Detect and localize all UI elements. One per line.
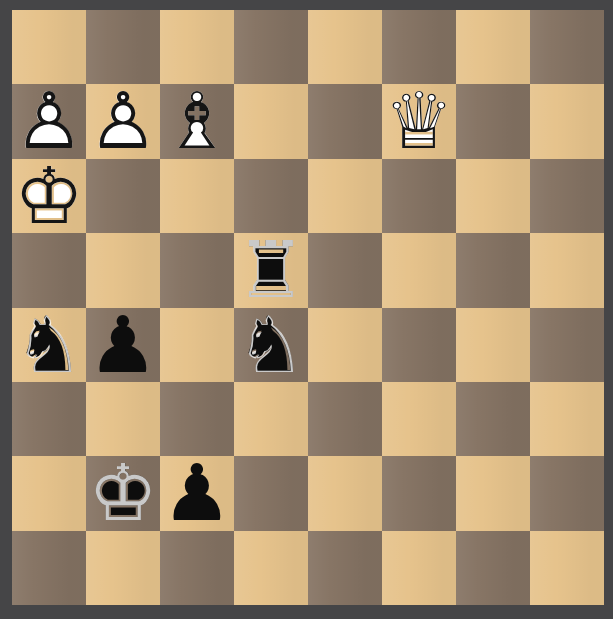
black-king-glyph: ♚ [86,456,160,530]
black-rook-glyph: ♜ [234,233,308,307]
black-rook[interactable]: ♜♖ [234,233,308,307]
square-d8[interactable] [234,10,308,84]
square-h8[interactable] [530,10,604,84]
chess-board: ♟♙♟♙♝♗♛♕♚♔♜♖♞♘♟♞♘♚♔♟ [12,10,604,605]
square-e5[interactable] [308,233,382,307]
white-pawn-glyph: ♟ [86,84,160,158]
square-h5[interactable] [530,233,604,307]
square-g7[interactable] [456,84,530,158]
square-e6[interactable] [308,159,382,233]
square-d6[interactable] [234,159,308,233]
white-king-glyph: ♚ [12,159,86,233]
square-e1[interactable] [308,531,382,605]
white-queen-outline: ♕ [382,84,456,158]
white-queen-glyph: ♛ [382,84,456,158]
black-pawn[interactable]: ♟ [86,308,160,382]
square-c1[interactable] [160,531,234,605]
black-rook-outline: ♖ [234,233,308,307]
square-d2[interactable] [234,456,308,530]
square-c5[interactable] [160,233,234,307]
black-knight-outline: ♘ [12,308,86,382]
square-b5[interactable] [86,233,160,307]
white-king-outline: ♔ [12,159,86,233]
white-bishop-glyph: ♝ [160,84,234,158]
square-a4[interactable]: ♞♘ [12,308,86,382]
square-g4[interactable] [456,308,530,382]
white-pawn[interactable]: ♟♙ [12,84,86,158]
white-pawn-outline: ♙ [12,84,86,158]
square-f1[interactable] [382,531,456,605]
square-b2[interactable]: ♚♔ [86,456,160,530]
square-d1[interactable] [234,531,308,605]
square-e7[interactable] [308,84,382,158]
square-h7[interactable] [530,84,604,158]
square-a3[interactable] [12,382,86,456]
white-bishop-outline: ♗ [160,84,234,158]
black-king[interactable]: ♚♔ [86,456,160,530]
square-c8[interactable] [160,10,234,84]
square-h3[interactable] [530,382,604,456]
square-f3[interactable] [382,382,456,456]
square-e3[interactable] [308,382,382,456]
square-b8[interactable] [86,10,160,84]
square-f2[interactable] [382,456,456,530]
white-pawn-glyph: ♟ [12,84,86,158]
square-a6[interactable]: ♚♔ [12,159,86,233]
square-e4[interactable] [308,308,382,382]
square-g1[interactable] [456,531,530,605]
square-b1[interactable] [86,531,160,605]
white-pawn[interactable]: ♟♙ [86,84,160,158]
square-g2[interactable] [456,456,530,530]
black-pawn-glyph: ♟ [86,308,160,382]
square-a5[interactable] [12,233,86,307]
square-g8[interactable] [456,10,530,84]
square-f6[interactable] [382,159,456,233]
square-c4[interactable] [160,308,234,382]
black-knight[interactable]: ♞♘ [12,308,86,382]
black-knight[interactable]: ♞♘ [234,308,308,382]
square-b6[interactable] [86,159,160,233]
square-f7[interactable]: ♛♕ [382,84,456,158]
black-king-outline: ♔ [86,456,160,530]
square-h6[interactable] [530,159,604,233]
square-a8[interactable] [12,10,86,84]
square-h2[interactable] [530,456,604,530]
square-a7[interactable]: ♟♙ [12,84,86,158]
square-f5[interactable] [382,233,456,307]
black-knight-outline: ♘ [234,308,308,382]
square-f8[interactable] [382,10,456,84]
white-pawn-outline: ♙ [86,84,160,158]
square-g5[interactable] [456,233,530,307]
square-f4[interactable] [382,308,456,382]
square-g3[interactable] [456,382,530,456]
square-h4[interactable] [530,308,604,382]
black-knight-glyph: ♞ [234,308,308,382]
square-a2[interactable] [12,456,86,530]
black-knight-glyph: ♞ [12,308,86,382]
square-b3[interactable] [86,382,160,456]
square-e8[interactable] [308,10,382,84]
black-pawn-glyph: ♟ [160,456,234,530]
square-e2[interactable] [308,456,382,530]
square-a1[interactable] [12,531,86,605]
square-b4[interactable]: ♟ [86,308,160,382]
square-d3[interactable] [234,382,308,456]
white-king[interactable]: ♚♔ [12,159,86,233]
square-d5[interactable]: ♜♖ [234,233,308,307]
square-c7[interactable]: ♝♗ [160,84,234,158]
square-b7[interactable]: ♟♙ [86,84,160,158]
square-c6[interactable] [160,159,234,233]
square-h1[interactable] [530,531,604,605]
black-pawn[interactable]: ♟ [160,456,234,530]
square-g6[interactable] [456,159,530,233]
white-bishop[interactable]: ♝♗ [160,84,234,158]
square-d7[interactable] [234,84,308,158]
square-c3[interactable] [160,382,234,456]
square-d4[interactable]: ♞♘ [234,308,308,382]
square-c2[interactable]: ♟ [160,456,234,530]
white-queen[interactable]: ♛♕ [382,84,456,158]
